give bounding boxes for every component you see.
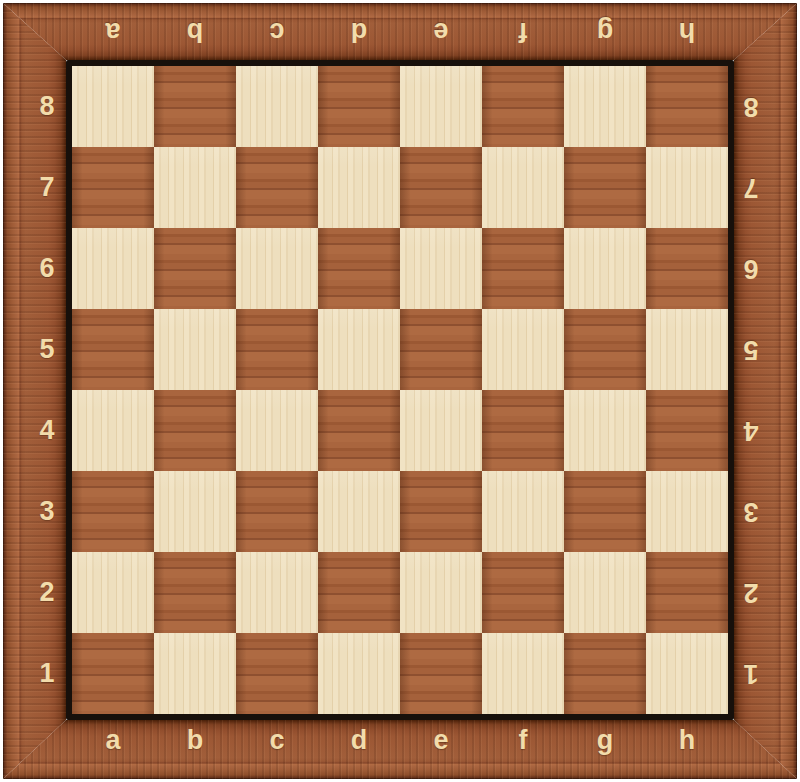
square-h2[interactable]: [646, 552, 728, 633]
square-d3[interactable]: [318, 471, 400, 552]
square-h4[interactable]: [646, 390, 728, 471]
square-a7[interactable]: [72, 147, 154, 228]
square-e6[interactable]: [400, 228, 482, 309]
square-c6[interactable]: [236, 228, 318, 309]
square-f5[interactable]: [482, 309, 564, 390]
square-f3[interactable]: [482, 471, 564, 552]
square-e2[interactable]: [400, 552, 482, 633]
square-c4[interactable]: [236, 390, 318, 471]
square-a6[interactable]: [72, 228, 154, 309]
square-h3[interactable]: [646, 471, 728, 552]
square-c7[interactable]: [236, 147, 318, 228]
square-d8[interactable]: [318, 66, 400, 147]
square-g5[interactable]: [564, 309, 646, 390]
square-h1[interactable]: [646, 633, 728, 714]
square-d6[interactable]: [318, 228, 400, 309]
square-h8[interactable]: [646, 66, 728, 147]
square-g6[interactable]: [564, 228, 646, 309]
square-c3[interactable]: [236, 471, 318, 552]
square-g3[interactable]: [564, 471, 646, 552]
square-f2[interactable]: [482, 552, 564, 633]
square-g4[interactable]: [564, 390, 646, 471]
frame-top: [3, 3, 797, 60]
square-b2[interactable]: [154, 552, 236, 633]
square-b6[interactable]: [154, 228, 236, 309]
square-c8[interactable]: [236, 66, 318, 147]
square-f6[interactable]: [482, 228, 564, 309]
square-b4[interactable]: [154, 390, 236, 471]
square-e3[interactable]: [400, 471, 482, 552]
square-b3[interactable]: [154, 471, 236, 552]
square-e4[interactable]: [400, 390, 482, 471]
square-a5[interactable]: [72, 309, 154, 390]
square-b1[interactable]: [154, 633, 236, 714]
square-d7[interactable]: [318, 147, 400, 228]
square-a4[interactable]: [72, 390, 154, 471]
square-b8[interactable]: [154, 66, 236, 147]
square-g8[interactable]: [564, 66, 646, 147]
frame-bottom: [3, 720, 797, 779]
square-f1[interactable]: [482, 633, 564, 714]
square-d4[interactable]: [318, 390, 400, 471]
square-a3[interactable]: [72, 471, 154, 552]
square-h7[interactable]: [646, 147, 728, 228]
board-inner-border: [66, 60, 734, 720]
square-e7[interactable]: [400, 147, 482, 228]
square-a8[interactable]: [72, 66, 154, 147]
frame-right: [734, 3, 797, 779]
square-e8[interactable]: [400, 66, 482, 147]
square-c1[interactable]: [236, 633, 318, 714]
square-c5[interactable]: [236, 309, 318, 390]
square-g2[interactable]: [564, 552, 646, 633]
square-a2[interactable]: [72, 552, 154, 633]
square-e1[interactable]: [400, 633, 482, 714]
square-e5[interactable]: [400, 309, 482, 390]
frame-left: [3, 3, 66, 779]
square-a1[interactable]: [72, 633, 154, 714]
square-f7[interactable]: [482, 147, 564, 228]
square-b7[interactable]: [154, 147, 236, 228]
square-b5[interactable]: [154, 309, 236, 390]
square-g7[interactable]: [564, 147, 646, 228]
board-grid: [72, 66, 728, 714]
square-f8[interactable]: [482, 66, 564, 147]
square-c2[interactable]: [236, 552, 318, 633]
square-h5[interactable]: [646, 309, 728, 390]
square-g1[interactable]: [564, 633, 646, 714]
square-d1[interactable]: [318, 633, 400, 714]
square-h6[interactable]: [646, 228, 728, 309]
square-f4[interactable]: [482, 390, 564, 471]
chessboard: abcdefgh abcdefgh 87654321 87654321: [0, 0, 800, 782]
square-d2[interactable]: [318, 552, 400, 633]
square-d5[interactable]: [318, 309, 400, 390]
